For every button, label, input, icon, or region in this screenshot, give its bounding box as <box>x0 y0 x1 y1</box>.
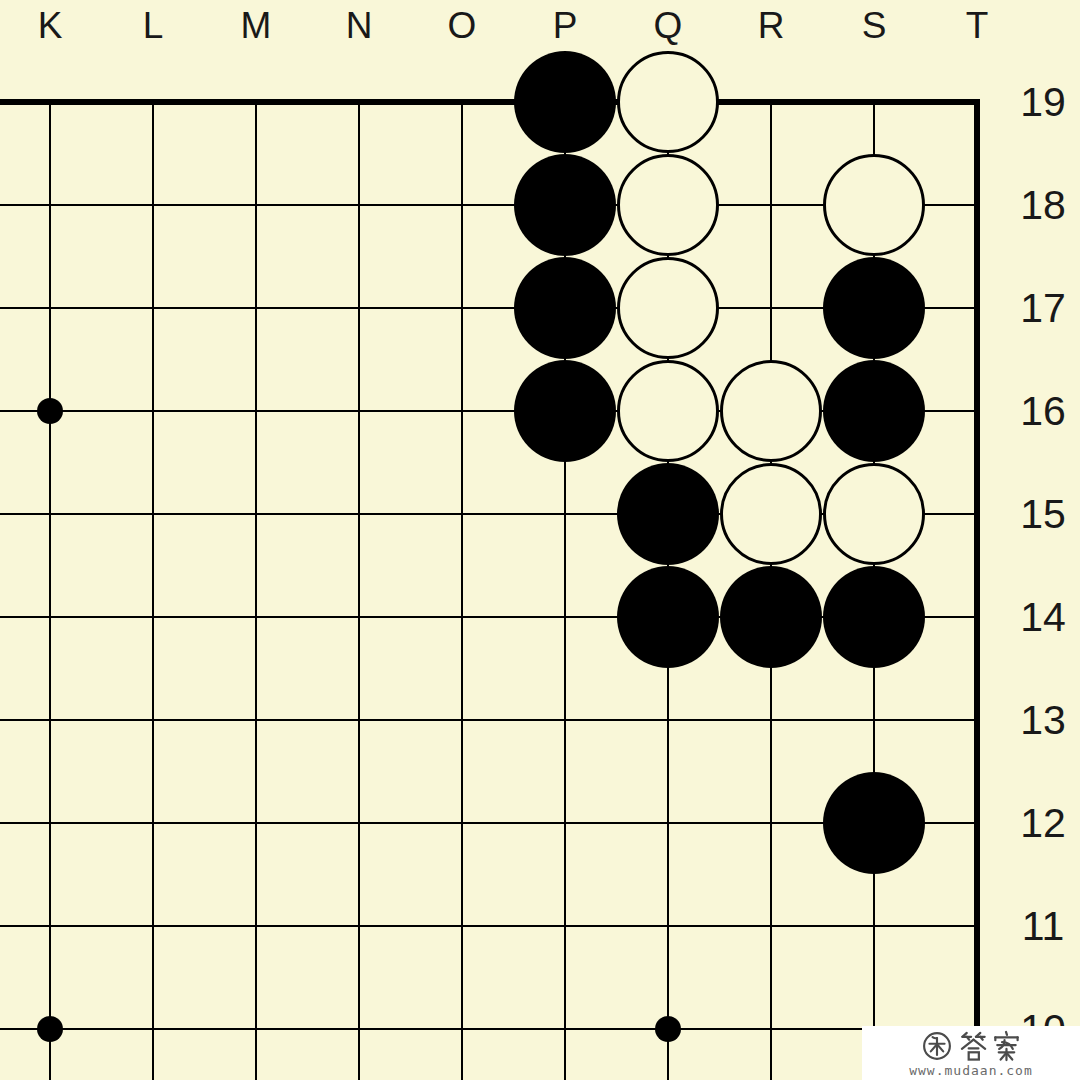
column-label-P: P <box>553 7 578 44</box>
board-labels: KLMNOPQRST19181716151413121110 <box>0 0 1080 1080</box>
column-label-O: O <box>448 7 477 44</box>
row-label-11: 11 <box>1022 906 1065 947</box>
kanji-da <box>962 1033 985 1060</box>
kanji-an <box>995 1032 1017 1060</box>
row-label-15: 15 <box>1020 494 1066 535</box>
column-label-S: S <box>862 7 887 44</box>
watermark: www.mudaan.com <box>862 1026 1080 1080</box>
column-label-N: N <box>346 7 373 44</box>
row-label-14: 14 <box>1020 597 1066 638</box>
watermark-title-kanji <box>959 1030 1021 1062</box>
row-label-18: 18 <box>1020 185 1066 226</box>
row-label-17: 17 <box>1020 288 1066 329</box>
column-label-M: M <box>241 7 272 44</box>
column-label-K: K <box>38 7 63 44</box>
row-label-12: 12 <box>1020 803 1066 844</box>
column-label-Q: Q <box>654 7 683 44</box>
column-label-L: L <box>143 7 164 44</box>
watermark-url: www.mudaan.com <box>909 1064 1033 1077</box>
go-board-screen: KLMNOPQRST19181716151413121110 <box>0 0 1080 1080</box>
row-label-19: 19 <box>1020 82 1066 123</box>
column-label-R: R <box>758 7 785 44</box>
mudaan-logo-icon <box>921 1030 953 1062</box>
watermark-row <box>921 1029 1021 1063</box>
row-label-13: 13 <box>1020 700 1066 741</box>
row-label-16: 16 <box>1020 391 1066 432</box>
column-label-T: T <box>966 7 989 44</box>
